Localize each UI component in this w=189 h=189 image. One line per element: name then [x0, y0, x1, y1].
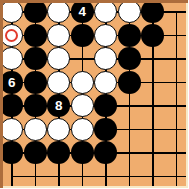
intersection-r1c2[interactable]	[47, 24, 71, 48]
intersection-r2c1[interactable]	[24, 47, 48, 71]
intersection-r2c2[interactable]	[47, 47, 71, 71]
move-number-label: 4	[78, 5, 86, 19]
white-stone	[47, 24, 70, 47]
intersection-r6c2[interactable]	[47, 141, 71, 165]
intersection-r6c3[interactable]	[71, 141, 95, 165]
black-stone	[0, 94, 23, 117]
white-stone	[118, 0, 141, 23]
intersection-r4c0[interactable]	[0, 94, 24, 118]
white-stone	[47, 71, 70, 94]
intersection-r6c0[interactable]	[0, 141, 24, 165]
move-number-label: 6	[8, 75, 16, 89]
black-stone	[71, 24, 94, 47]
white-stone	[94, 71, 117, 94]
intersection-r6c5[interactable]	[118, 141, 142, 165]
intersection-r7c2[interactable]	[47, 165, 71, 189]
intersection-r1c4[interactable]	[94, 24, 118, 48]
go-board: 468	[0, 0, 188, 188]
intersection-r2c6[interactable]	[141, 47, 165, 71]
white-stone	[0, 118, 23, 141]
white-stone	[24, 118, 47, 141]
intersection-r5c2[interactable]	[47, 118, 71, 142]
go-grid: 468	[0, 0, 188, 188]
board-bottom-cut-edge	[3, 186, 189, 188]
white-stone	[47, 47, 70, 70]
black-stone	[24, 24, 47, 47]
intersection-r2c0[interactable]	[0, 47, 24, 71]
intersection-r7c1[interactable]	[24, 165, 48, 189]
intersection-r0c3[interactable]: 4	[71, 0, 95, 24]
intersection-r6c7[interactable]	[165, 141, 189, 165]
black-stone	[24, 94, 47, 117]
black-stone	[24, 0, 47, 23]
black-stone	[94, 118, 117, 141]
intersection-r4c1[interactable]	[24, 94, 48, 118]
intersection-r5c5[interactable]	[118, 118, 142, 142]
black-stone: 8	[47, 94, 70, 117]
white-stone	[71, 94, 94, 117]
intersection-r1c6[interactable]	[141, 24, 165, 48]
intersection-r0c4[interactable]	[94, 0, 118, 24]
white-stone	[94, 47, 117, 70]
circle-marker-icon	[5, 29, 18, 42]
black-stone	[47, 141, 70, 164]
intersection-r4c3[interactable]	[71, 94, 95, 118]
white-stone	[0, 24, 23, 47]
board-top-frame	[0, 0, 188, 3]
white-stone	[47, 118, 70, 141]
board-left-frame	[0, 0, 3, 188]
intersection-r7c7[interactable]	[165, 165, 189, 189]
intersection-r2c3[interactable]	[71, 47, 95, 71]
intersection-r1c1[interactable]	[24, 24, 48, 48]
intersection-r7c4[interactable]	[94, 165, 118, 189]
intersection-r7c6[interactable]	[141, 165, 165, 189]
black-stone	[118, 24, 141, 47]
white-stone	[47, 0, 70, 23]
intersection-r7c3[interactable]	[71, 165, 95, 189]
intersection-r0c5[interactable]	[118, 0, 142, 24]
intersection-r0c2[interactable]	[47, 0, 71, 24]
intersection-r4c5[interactable]	[118, 94, 142, 118]
intersection-r5c7[interactable]	[165, 118, 189, 142]
black-stone	[0, 141, 23, 164]
black-stone	[141, 0, 164, 23]
intersection-r3c4[interactable]	[94, 71, 118, 95]
black-stone	[118, 71, 141, 94]
black-stone	[71, 141, 94, 164]
intersection-r1c3[interactable]	[71, 24, 95, 48]
intersection-r5c0[interactable]	[0, 118, 24, 142]
intersection-r5c6[interactable]	[141, 118, 165, 142]
intersection-r1c0[interactable]	[0, 24, 24, 48]
intersection-r7c5[interactable]	[118, 165, 142, 189]
intersection-r2c5[interactable]	[118, 47, 142, 71]
intersection-r0c7[interactable]	[165, 0, 189, 24]
intersection-r3c1[interactable]	[24, 71, 48, 95]
intersection-r0c0[interactable]	[0, 0, 24, 24]
intersection-r3c2[interactable]	[47, 71, 71, 95]
intersection-r0c1[interactable]	[24, 0, 48, 24]
board-right-cut-edge	[186, 3, 188, 189]
intersection-r1c5[interactable]	[118, 24, 142, 48]
black-stone	[118, 47, 141, 70]
black-stone	[94, 141, 117, 164]
intersection-r3c7[interactable]	[165, 71, 189, 95]
intersection-r6c6[interactable]	[141, 141, 165, 165]
intersection-r3c3[interactable]	[71, 71, 95, 95]
white-stone	[94, 24, 117, 47]
intersection-r5c3[interactable]	[71, 118, 95, 142]
intersection-r3c6[interactable]	[141, 71, 165, 95]
intersection-r4c7[interactable]	[165, 94, 189, 118]
intersection-r6c4[interactable]	[94, 141, 118, 165]
move-number-label: 8	[55, 99, 63, 113]
intersection-r3c0[interactable]: 6	[0, 71, 24, 95]
intersection-r0c6[interactable]	[141, 0, 165, 24]
white-stone	[71, 71, 94, 94]
white-stone	[94, 0, 117, 23]
black-stone	[24, 71, 47, 94]
white-stone	[71, 118, 94, 141]
intersection-r3c5[interactable]	[118, 71, 142, 95]
intersection-r5c4[interactable]	[94, 118, 118, 142]
intersection-r2c4[interactable]	[94, 47, 118, 71]
intersection-r4c4[interactable]	[94, 94, 118, 118]
intersection-r2c7[interactable]	[165, 47, 189, 71]
intersection-r1c7[interactable]	[165, 24, 189, 48]
black-stone	[24, 47, 47, 70]
black-stone: 4	[71, 0, 94, 23]
intersection-r4c6[interactable]	[141, 94, 165, 118]
intersection-r4c2[interactable]: 8	[47, 94, 71, 118]
white-stone	[0, 47, 23, 70]
intersection-r5c1[interactable]	[24, 118, 48, 142]
black-stone	[94, 94, 117, 117]
black-stone	[141, 24, 164, 47]
intersection-r6c1[interactable]	[24, 141, 48, 165]
white-stone	[0, 0, 23, 23]
black-stone	[24, 141, 47, 164]
black-stone: 6	[0, 71, 23, 94]
intersection-r7c0[interactable]	[0, 165, 24, 189]
